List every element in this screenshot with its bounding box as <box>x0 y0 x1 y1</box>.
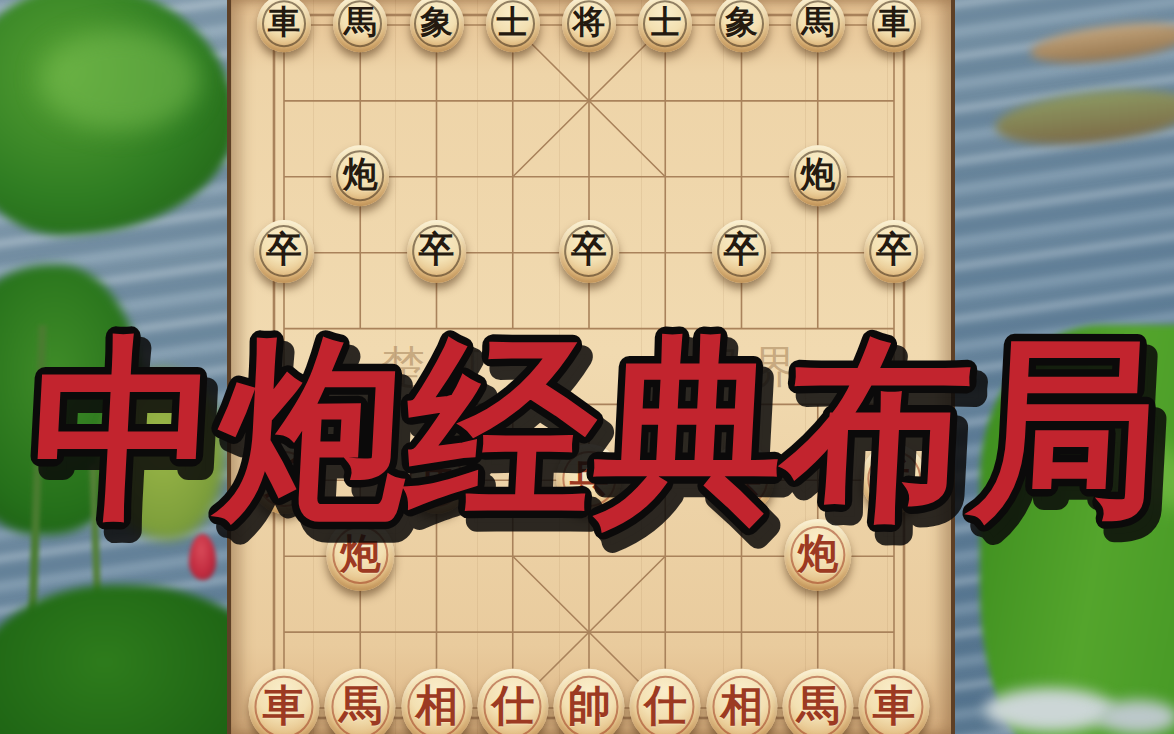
piece-glyph: 卒 <box>266 232 302 268</box>
pieces-layer: 車馬象士将士象馬車炮炮卒卒卒卒卒兵兵兵兵兵炮炮車馬相仕帥仕相馬車 <box>231 0 951 734</box>
piece-glyph: 馬 <box>344 7 376 39</box>
piece-glyph: 兵 <box>264 458 303 497</box>
piece-glyph: 士 <box>649 7 681 39</box>
red-horse-piece[interactable]: 馬 <box>325 669 396 734</box>
piece-glyph: 炮 <box>798 533 838 573</box>
red-horse-piece[interactable]: 馬 <box>782 669 853 734</box>
piece-glyph: 士 <box>497 7 529 39</box>
piece-glyph: 卒 <box>571 232 607 268</box>
piece-glyph: 兵 <box>417 458 456 497</box>
xiangqi-board: 楚 河 汉 界 車馬象士将士象馬車炮炮卒卒卒卒卒兵兵兵兵兵炮炮車馬相仕帥仕相馬車 <box>227 0 955 734</box>
piece-glyph: 将 <box>573 7 605 39</box>
red-soldier-piece[interactable]: 兵 <box>556 444 621 513</box>
black-chariot-piece[interactable]: 車 <box>257 0 311 52</box>
piece-glyph: 車 <box>873 684 916 727</box>
red-general-piece[interactable]: 帥 <box>553 669 624 734</box>
piece-glyph: 象 <box>420 7 452 39</box>
piece-glyph: 象 <box>725 7 757 39</box>
piece-glyph: 兵 <box>722 458 761 497</box>
black-soldier-piece[interactable]: 卒 <box>254 220 314 283</box>
red-soldier-piece[interactable]: 兵 <box>709 444 774 513</box>
black-elephant-piece[interactable]: 象 <box>715 0 769 52</box>
piece-glyph: 車 <box>878 7 910 39</box>
screenshot-stage: 楚 河 汉 界 車馬象士将士象馬車炮炮卒卒卒卒卒兵兵兵兵兵炮炮車馬相仕帥仕相馬車… <box>0 0 1174 734</box>
black-chariot-piece[interactable]: 車 <box>867 0 921 52</box>
red-chariot-piece[interactable]: 車 <box>858 669 929 734</box>
piece-glyph: 相 <box>720 684 763 727</box>
black-cannon-piece[interactable]: 炮 <box>331 145 389 206</box>
red-chariot-piece[interactable]: 車 <box>248 669 319 734</box>
piece-glyph: 炮 <box>800 157 835 192</box>
piece-glyph: 卒 <box>419 232 455 268</box>
piece-glyph: 馬 <box>339 684 382 727</box>
piece-glyph: 兵 <box>874 458 913 497</box>
red-elephant-piece[interactable]: 相 <box>401 669 472 734</box>
piece-glyph: 卒 <box>876 232 912 268</box>
piece-glyph: 車 <box>263 684 306 727</box>
black-elephant-piece[interactable]: 象 <box>410 0 464 52</box>
red-cannon-piece[interactable]: 炮 <box>784 519 851 590</box>
black-advisor-piece[interactable]: 士 <box>638 0 692 52</box>
red-advisor-piece[interactable]: 仕 <box>630 669 701 734</box>
piece-glyph: 仕 <box>491 684 534 727</box>
piece-glyph: 帥 <box>568 684 611 727</box>
black-soldier-piece[interactable]: 卒 <box>712 220 772 283</box>
red-elephant-piece[interactable]: 相 <box>706 669 777 734</box>
red-soldier-piece[interactable]: 兵 <box>861 444 926 513</box>
red-advisor-piece[interactable]: 仕 <box>477 669 548 734</box>
black-horse-piece[interactable]: 馬 <box>333 0 387 52</box>
piece-glyph: 卒 <box>724 232 760 268</box>
black-soldier-piece[interactable]: 卒 <box>407 220 467 283</box>
piece-glyph: 相 <box>415 684 458 727</box>
piece-glyph: 炮 <box>340 533 380 573</box>
black-cannon-piece[interactable]: 炮 <box>789 145 847 206</box>
piece-glyph: 車 <box>268 7 300 39</box>
piece-glyph: 兵 <box>569 458 608 497</box>
black-soldier-piece[interactable]: 卒 <box>864 220 924 283</box>
piece-glyph: 馬 <box>796 684 839 727</box>
black-advisor-piece[interactable]: 士 <box>486 0 540 52</box>
black-horse-piece[interactable]: 馬 <box>791 0 845 52</box>
red-soldier-piece[interactable]: 兵 <box>404 444 469 513</box>
red-soldier-piece[interactable]: 兵 <box>251 444 316 513</box>
piece-glyph: 仕 <box>644 684 687 727</box>
piece-glyph: 炮 <box>343 157 378 192</box>
black-general-piece[interactable]: 将 <box>562 0 616 52</box>
black-soldier-piece[interactable]: 卒 <box>559 220 619 283</box>
red-cannon-piece[interactable]: 炮 <box>327 519 394 590</box>
piece-glyph: 馬 <box>802 7 834 39</box>
